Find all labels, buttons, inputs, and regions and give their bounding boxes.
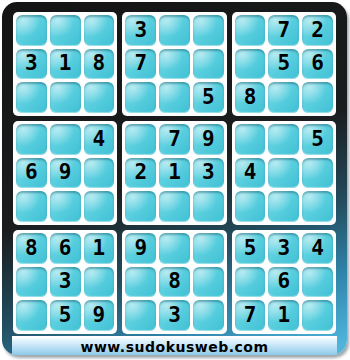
cell-r5c9[interactable]	[302, 158, 333, 189]
cell-r6c6[interactable]	[193, 191, 224, 222]
cell-r2c1[interactable]: 3	[16, 49, 47, 80]
cell-r1c7[interactable]	[235, 15, 266, 46]
cell-r9c5[interactable]: 3	[159, 300, 190, 331]
cell-r7c7[interactable]: 5	[235, 233, 266, 264]
cell-r9c6[interactable]	[193, 300, 224, 331]
cell-r6c5[interactable]	[159, 191, 190, 222]
cell-r4c4[interactable]	[125, 124, 156, 155]
cell-r4c7[interactable]	[235, 124, 266, 155]
cell-r5c4[interactable]: 2	[125, 158, 156, 189]
cell-r6c8[interactable]	[268, 191, 299, 222]
site-url: www.sudokusweb.com	[80, 339, 268, 355]
cell-r5c7[interactable]: 4	[235, 158, 266, 189]
cell-r8c9[interactable]	[302, 267, 333, 298]
cell-r8c8[interactable]: 6	[268, 267, 299, 298]
cell-r4c3[interactable]: 4	[84, 124, 115, 155]
cell-r7c6[interactable]	[193, 233, 224, 264]
cell-r6c3[interactable]	[84, 191, 115, 222]
cell-r1c6[interactable]	[193, 15, 224, 46]
box-r1c1: 318	[13, 12, 117, 116]
cell-r7c5[interactable]	[159, 233, 190, 264]
box-r3c2: 983	[122, 230, 226, 334]
box-r3c3: 534671	[232, 230, 336, 334]
cell-r7c4[interactable]: 9	[125, 233, 156, 264]
cell-r4c2[interactable]	[50, 124, 81, 155]
cell-r9c8[interactable]: 1	[268, 300, 299, 331]
box-r2c3: 54	[232, 121, 336, 225]
cell-r5c1[interactable]: 6	[16, 158, 47, 189]
cell-r1c3[interactable]	[84, 15, 115, 46]
cell-r7c8[interactable]: 3	[268, 233, 299, 264]
cell-r9c1[interactable]	[16, 300, 47, 331]
cell-r1c4[interactable]: 3	[125, 15, 156, 46]
cell-r2c9[interactable]: 6	[302, 49, 333, 80]
box-r1c2: 375	[122, 12, 226, 116]
cell-r6c4[interactable]	[125, 191, 156, 222]
cell-r3c4[interactable]	[125, 82, 156, 113]
cell-r6c7[interactable]	[235, 191, 266, 222]
cell-r2c7[interactable]	[235, 49, 266, 80]
cell-r3c1[interactable]	[16, 82, 47, 113]
footer-band: www.sudokusweb.com	[12, 336, 337, 355]
cell-r8c2[interactable]: 3	[50, 267, 81, 298]
cell-r2c8[interactable]: 5	[268, 49, 299, 80]
cell-r5c6[interactable]: 3	[193, 158, 224, 189]
cell-r3c3[interactable]	[84, 82, 115, 113]
cell-r9c2[interactable]: 5	[50, 300, 81, 331]
board-frame: 318375725684697921354861359983534671 www…	[2, 2, 347, 355]
box-r2c1: 469	[13, 121, 117, 225]
cell-r7c1[interactable]: 8	[16, 233, 47, 264]
cell-r2c2[interactable]: 1	[50, 49, 81, 80]
cell-r3c9[interactable]	[302, 82, 333, 113]
cell-r5c3[interactable]	[84, 158, 115, 189]
box-r3c1: 861359	[13, 230, 117, 334]
cell-r5c8[interactable]	[268, 158, 299, 189]
cell-r3c7[interactable]: 8	[235, 82, 266, 113]
cell-r4c1[interactable]	[16, 124, 47, 155]
cell-r7c2[interactable]: 6	[50, 233, 81, 264]
cell-r3c2[interactable]	[50, 82, 81, 113]
cell-r6c1[interactable]	[16, 191, 47, 222]
cell-r1c8[interactable]: 7	[268, 15, 299, 46]
cell-r8c6[interactable]	[193, 267, 224, 298]
cell-r9c9[interactable]	[302, 300, 333, 331]
cell-r1c2[interactable]	[50, 15, 81, 46]
cell-r1c1[interactable]	[16, 15, 47, 46]
cell-r3c5[interactable]	[159, 82, 190, 113]
cell-r2c4[interactable]: 7	[125, 49, 156, 80]
cell-r7c3[interactable]: 1	[84, 233, 115, 264]
cell-r1c5[interactable]	[159, 15, 190, 46]
cell-r4c9[interactable]: 5	[302, 124, 333, 155]
cell-r7c9[interactable]: 4	[302, 233, 333, 264]
cell-r8c4[interactable]	[125, 267, 156, 298]
cell-r4c6[interactable]: 9	[193, 124, 224, 155]
cell-r2c5[interactable]	[159, 49, 190, 80]
cell-r6c2[interactable]	[50, 191, 81, 222]
box-r2c2: 79213	[122, 121, 226, 225]
cell-r3c6[interactable]: 5	[193, 82, 224, 113]
cell-r4c8[interactable]	[268, 124, 299, 155]
cell-r8c3[interactable]	[84, 267, 115, 298]
cell-r5c5[interactable]: 1	[159, 158, 190, 189]
cell-r8c1[interactable]	[16, 267, 47, 298]
cell-r9c7[interactable]: 7	[235, 300, 266, 331]
cell-r9c4[interactable]	[125, 300, 156, 331]
cell-r2c3[interactable]: 8	[84, 49, 115, 80]
cell-r3c8[interactable]	[268, 82, 299, 113]
cell-r6c9[interactable]	[302, 191, 333, 222]
sudoku-grid: 318375725684697921354861359983534671	[13, 12, 336, 334]
cell-r8c7[interactable]	[235, 267, 266, 298]
cell-r9c3[interactable]: 9	[84, 300, 115, 331]
cell-r5c2[interactable]: 9	[50, 158, 81, 189]
box-r1c3: 72568	[232, 12, 336, 116]
cell-r8c5[interactable]: 8	[159, 267, 190, 298]
sudoku-page: 318375725684697921354861359983534671 www…	[0, 0, 350, 360]
cell-r4c5[interactable]: 7	[159, 124, 190, 155]
cell-r2c6[interactable]	[193, 49, 224, 80]
cell-r1c9[interactable]: 2	[302, 15, 333, 46]
